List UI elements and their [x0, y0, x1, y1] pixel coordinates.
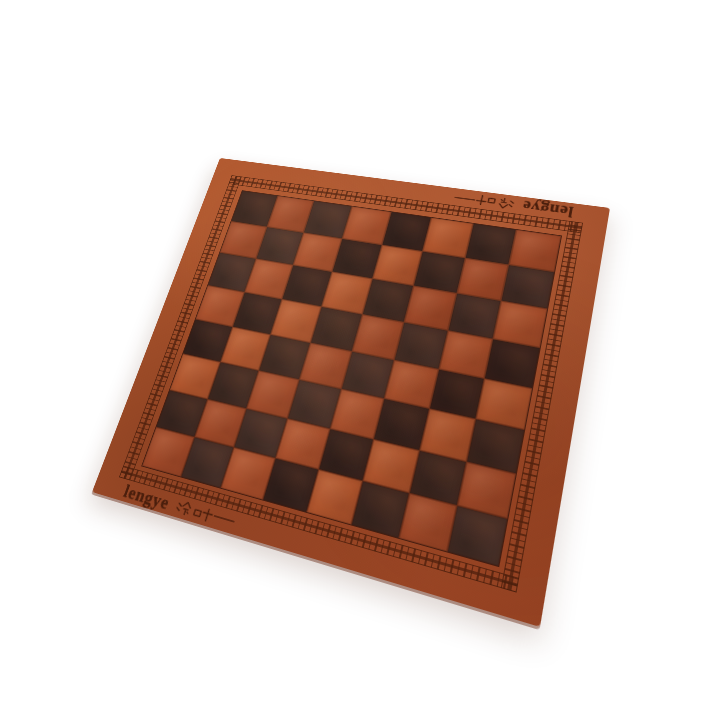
- board-square: [423, 218, 473, 258]
- product-photo-scene: lengye lengye: [0, 0, 720, 720]
- board-square: [510, 230, 561, 271]
- chess-board: lengye lengye: [92, 158, 610, 627]
- board-square: [414, 251, 465, 292]
- board-square: [466, 224, 517, 264]
